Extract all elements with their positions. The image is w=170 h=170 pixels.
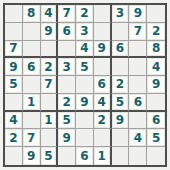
cell-r6c1[interactable]: [5, 94, 23, 112]
cell-r8c8[interactable]: 4: [129, 129, 147, 147]
cell-r1c9[interactable]: [147, 5, 165, 23]
cell-r8c3[interactable]: [41, 129, 59, 147]
cell-r7c1[interactable]: 4: [5, 112, 23, 130]
cell-r9c9[interactable]: [147, 147, 165, 165]
cell-r5c6[interactable]: 6: [94, 76, 112, 94]
cell-r5c8[interactable]: [129, 76, 147, 94]
cell-r4c1[interactable]: 9: [5, 58, 23, 76]
cell-r6c6[interactable]: 4: [94, 94, 112, 112]
sudoku-board: 8472399637274968962354576291294564152962…: [3, 3, 167, 167]
cell-r4c9[interactable]: 4: [147, 58, 165, 76]
cell-r3c6[interactable]: 9: [94, 41, 112, 59]
cell-r5c7[interactable]: 2: [112, 76, 130, 94]
cell-r3c4[interactable]: [58, 41, 76, 59]
cell-r8c5[interactable]: [76, 129, 94, 147]
cell-r7c2[interactable]: [23, 112, 41, 130]
cell-r6c8[interactable]: 6: [129, 94, 147, 112]
cell-r8c4[interactable]: 9: [58, 129, 76, 147]
cell-r1c3[interactable]: 4: [41, 5, 59, 23]
cell-r6c7[interactable]: 5: [112, 94, 130, 112]
cell-r6c9[interactable]: [147, 94, 165, 112]
cell-r9c2[interactable]: 9: [23, 147, 41, 165]
cell-r1c7[interactable]: 3: [112, 5, 130, 23]
cell-r2c8[interactable]: 7: [129, 23, 147, 41]
cell-r2c5[interactable]: 3: [76, 23, 94, 41]
cell-r3c7[interactable]: 6: [112, 41, 130, 59]
cell-r2c9[interactable]: 2: [147, 23, 165, 41]
cell-r8c6[interactable]: [94, 129, 112, 147]
cell-r6c4[interactable]: 2: [58, 94, 76, 112]
cell-r9c6[interactable]: 1: [94, 147, 112, 165]
cell-r9c8[interactable]: [129, 147, 147, 165]
cell-r9c3[interactable]: 5: [41, 147, 59, 165]
cell-r4c6[interactable]: [94, 58, 112, 76]
cell-r5c2[interactable]: [23, 76, 41, 94]
cell-r6c5[interactable]: 9: [76, 94, 94, 112]
cell-r3c8[interactable]: [129, 41, 147, 59]
cell-r1c1[interactable]: [5, 5, 23, 23]
cell-r8c2[interactable]: 7: [23, 129, 41, 147]
cell-r4c2[interactable]: 6: [23, 58, 41, 76]
cell-r5c1[interactable]: 5: [5, 76, 23, 94]
cell-r3c9[interactable]: 8: [147, 41, 165, 59]
cell-r2c3[interactable]: 9: [41, 23, 59, 41]
cell-r3c1[interactable]: 7: [5, 41, 23, 59]
cell-r1c5[interactable]: 2: [76, 5, 94, 23]
cell-r1c2[interactable]: 8: [23, 5, 41, 23]
cell-r7c6[interactable]: 2: [94, 112, 112, 130]
cell-r7c5[interactable]: [76, 112, 94, 130]
cell-r1c8[interactable]: 9: [129, 5, 147, 23]
page-background: 8472399637274968962354576291294564152962…: [0, 0, 170, 170]
cell-r5c9[interactable]: 9: [147, 76, 165, 94]
cell-r4c3[interactable]: 2: [41, 58, 59, 76]
cell-r5c3[interactable]: 7: [41, 76, 59, 94]
cell-r2c2[interactable]: [23, 23, 41, 41]
cell-r3c5[interactable]: 4: [76, 41, 94, 59]
cell-r7c3[interactable]: 1: [41, 112, 59, 130]
cell-r2c4[interactable]: 6: [58, 23, 76, 41]
cell-r5c4[interactable]: [58, 76, 76, 94]
cell-r2c6[interactable]: [94, 23, 112, 41]
cell-r6c2[interactable]: 1: [23, 94, 41, 112]
cell-r1c4[interactable]: 7: [58, 5, 76, 23]
cell-r9c1[interactable]: [5, 147, 23, 165]
cell-r4c8[interactable]: [129, 58, 147, 76]
cell-r2c7[interactable]: [112, 23, 130, 41]
cell-r9c5[interactable]: 6: [76, 147, 94, 165]
cell-r7c9[interactable]: 6: [147, 112, 165, 130]
cell-r9c4[interactable]: [58, 147, 76, 165]
cell-r7c4[interactable]: 5: [58, 112, 76, 130]
cell-r5c5[interactable]: [76, 76, 94, 94]
cell-r4c4[interactable]: 3: [58, 58, 76, 76]
cell-r3c2[interactable]: [23, 41, 41, 59]
cell-r2c1[interactable]: [5, 23, 23, 41]
cell-r7c8[interactable]: [129, 112, 147, 130]
cell-r8c9[interactable]: 5: [147, 129, 165, 147]
cell-r8c7[interactable]: [112, 129, 130, 147]
cell-r6c3[interactable]: [41, 94, 59, 112]
cell-r4c7[interactable]: [112, 58, 130, 76]
cell-r4c5[interactable]: 5: [76, 58, 94, 76]
cell-r3c3[interactable]: [41, 41, 59, 59]
cell-r1c6[interactable]: [94, 5, 112, 23]
cell-r7c7[interactable]: 9: [112, 112, 130, 130]
cell-r8c1[interactable]: 2: [5, 129, 23, 147]
cell-r9c7[interactable]: [112, 147, 130, 165]
